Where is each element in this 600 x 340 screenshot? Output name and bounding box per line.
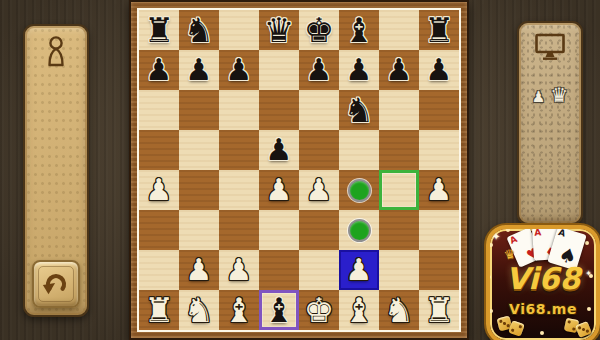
square-d4[interactable]: ♟ xyxy=(259,170,299,210)
white-pawn: ♟ xyxy=(266,170,293,210)
black-queen: ♛ xyxy=(264,10,294,50)
square-b1[interactable]: ♞ xyxy=(179,290,219,330)
square-f3[interactable] xyxy=(339,210,379,250)
square-g8[interactable] xyxy=(379,10,419,50)
square-a1[interactable]: ♜ xyxy=(139,290,179,330)
square-a6[interactable] xyxy=(139,90,179,130)
dice-icon xyxy=(508,320,525,337)
white-pawn: ♟ xyxy=(186,250,213,290)
square-h7[interactable]: ♟ xyxy=(419,50,459,90)
white-pawn: ♟ xyxy=(146,170,173,210)
square-g2[interactable] xyxy=(379,250,419,290)
undo-arrow-icon xyxy=(41,269,71,299)
square-a5[interactable] xyxy=(139,130,179,170)
square-b8[interactable]: ♞ xyxy=(179,10,219,50)
white-pawn: ♟ xyxy=(306,170,333,210)
right-opponent-panel: ♟ ♛ xyxy=(517,21,583,225)
black-rook: ♜ xyxy=(144,10,174,50)
logo-title: Vi68 xyxy=(490,261,596,296)
square-d2[interactable] xyxy=(259,250,299,290)
square-a8[interactable]: ♜ xyxy=(139,10,179,50)
black-knight: ♞ xyxy=(184,10,214,50)
square-h5[interactable] xyxy=(419,130,459,170)
sparkle-icon: ✦ xyxy=(492,231,500,242)
white-pawn: ♟ xyxy=(346,250,373,290)
square-h8[interactable]: ♜ xyxy=(419,10,459,50)
square-b5[interactable] xyxy=(179,130,219,170)
pawn-outline-icon xyxy=(43,34,69,68)
black-bishop: ♝ xyxy=(344,10,374,50)
square-e4[interactable]: ♟ xyxy=(299,170,339,210)
black-pawn: ♟ xyxy=(186,50,213,90)
square-f7[interactable]: ♟ xyxy=(339,50,379,90)
square-a3[interactable] xyxy=(139,210,179,250)
vi68-watermark: A ♥ A ♦ A ♠ ♛ Vi68 Vi68.me ✦ ✦ xyxy=(486,225,600,340)
square-d3[interactable] xyxy=(259,210,299,250)
dice-icon xyxy=(575,321,592,338)
black-pawn: ♟ xyxy=(426,50,453,90)
square-f8[interactable]: ♝ xyxy=(339,10,379,50)
square-g3[interactable] xyxy=(379,210,419,250)
square-d6[interactable] xyxy=(259,90,299,130)
computer-monitor-icon xyxy=(534,33,566,61)
square-g5[interactable] xyxy=(379,130,419,170)
square-e7[interactable]: ♟ xyxy=(299,50,339,90)
square-b6[interactable] xyxy=(179,90,219,130)
square-b2[interactable]: ♟ xyxy=(179,250,219,290)
square-g4[interactable] xyxy=(379,170,419,210)
logo-subtitle: Vi68.me xyxy=(490,301,596,317)
square-a7[interactable]: ♟ xyxy=(139,50,179,90)
square-b7[interactable]: ♟ xyxy=(179,50,219,90)
square-e8[interactable]: ♚ xyxy=(299,10,339,50)
square-c8[interactable] xyxy=(219,10,259,50)
board-grid: ♜♞♛♚♝♜♟♟♟♟♟♟♟♞♟♟♟♟♟♟♟♟♜♞♝♝♚♝♞♜ xyxy=(139,10,459,330)
white-knight: ♞ xyxy=(384,290,414,330)
square-g7[interactable]: ♟ xyxy=(379,50,419,90)
square-e1[interactable]: ♚ xyxy=(299,290,339,330)
square-c4[interactable] xyxy=(219,170,259,210)
square-e2[interactable] xyxy=(299,250,339,290)
captured-white-queen-icon: ♛ xyxy=(550,85,568,105)
square-h3[interactable] xyxy=(419,210,459,250)
black-bishop: ♝ xyxy=(264,290,294,330)
board-inner-frame: ♜♞♛♚♝♜♟♟♟♟♟♟♟♞♟♟♟♟♟♟♟♟♜♞♝♝♚♝♞♜ xyxy=(137,8,461,332)
captured-white-pawn-icon: ♟ xyxy=(532,90,545,105)
square-d1[interactable]: ♝ xyxy=(259,290,299,330)
square-c1[interactable]: ♝ xyxy=(219,290,259,330)
square-b4[interactable] xyxy=(179,170,219,210)
square-d8[interactable]: ♛ xyxy=(259,10,299,50)
square-e3[interactable] xyxy=(299,210,339,250)
square-h4[interactable]: ♟ xyxy=(419,170,459,210)
undo-button[interactable] xyxy=(32,260,80,308)
black-pawn: ♟ xyxy=(306,50,333,90)
black-knight: ♞ xyxy=(344,90,374,130)
legal-move-dot[interactable] xyxy=(348,219,371,242)
square-d7[interactable] xyxy=(259,50,299,90)
black-rook: ♜ xyxy=(424,10,454,50)
square-g1[interactable]: ♞ xyxy=(379,290,419,330)
chess-board: ♜♞♛♚♝♜♟♟♟♟♟♟♟♞♟♟♟♟♟♟♟♟♜♞♝♝♚♝♞♜ xyxy=(129,0,469,340)
square-h1[interactable]: ♜ xyxy=(419,290,459,330)
black-king: ♚ xyxy=(304,10,334,50)
square-b3[interactable] xyxy=(179,210,219,250)
square-f4[interactable] xyxy=(339,170,379,210)
square-c6[interactable] xyxy=(219,90,259,130)
black-pawn: ♟ xyxy=(346,50,373,90)
white-knight: ♞ xyxy=(184,290,214,330)
square-a4[interactable]: ♟ xyxy=(139,170,179,210)
square-d5[interactable]: ♟ xyxy=(259,130,299,170)
square-h2[interactable] xyxy=(419,250,459,290)
square-g6[interactable] xyxy=(379,90,419,130)
black-pawn: ♟ xyxy=(266,130,293,170)
white-rook: ♜ xyxy=(424,290,454,330)
white-king: ♚ xyxy=(304,290,334,330)
white-bishop: ♝ xyxy=(224,290,254,330)
square-c2[interactable]: ♟ xyxy=(219,250,259,290)
square-c3[interactable] xyxy=(219,210,259,250)
black-pawn: ♟ xyxy=(146,50,173,90)
square-a2[interactable] xyxy=(139,250,179,290)
white-pawn: ♟ xyxy=(426,170,453,210)
logo-frame-lights xyxy=(490,229,494,233)
white-rook: ♜ xyxy=(144,290,174,330)
left-player-panel xyxy=(23,24,89,317)
captured-pieces-row: ♟ ♛ xyxy=(519,85,581,105)
sparkle-icon: ✦ xyxy=(585,269,592,278)
black-pawn: ♟ xyxy=(226,50,253,90)
white-bishop: ♝ xyxy=(344,290,374,330)
square-f5[interactable] xyxy=(339,130,379,170)
square-h6[interactable] xyxy=(419,90,459,130)
legal-move-dot[interactable] xyxy=(348,179,371,202)
square-c5[interactable] xyxy=(219,130,259,170)
square-f6[interactable]: ♞ xyxy=(339,90,379,130)
square-e6[interactable] xyxy=(299,90,339,130)
square-e5[interactable] xyxy=(299,130,339,170)
square-f2[interactable]: ♟ xyxy=(339,250,379,290)
black-pawn: ♟ xyxy=(386,50,413,90)
square-f1[interactable]: ♝ xyxy=(339,290,379,330)
square-c7[interactable]: ♟ xyxy=(219,50,259,90)
white-pawn: ♟ xyxy=(226,250,253,290)
